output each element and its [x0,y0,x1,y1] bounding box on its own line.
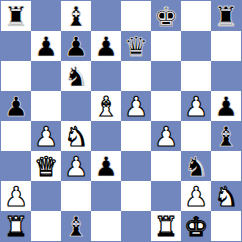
black-knight[interactable]: ♞ [64,63,88,90]
square-a4[interactable] [1,121,31,151]
white-pawn[interactable]: ♟ [184,93,208,120]
square-g8[interactable] [181,1,211,31]
white-pawn[interactable]: ♟ [154,123,178,150]
square-b2[interactable] [31,181,61,211]
square-b6[interactable] [31,61,61,91]
black-king[interactable]: ♚ [154,3,178,30]
white-pawn[interactable]: ♟ [124,93,148,120]
square-a7[interactable] [1,31,31,61]
black-pawn[interactable]: ♟ [64,33,88,60]
square-f7[interactable] [151,31,181,61]
white-bishop[interactable]: ♝ [94,93,118,120]
square-c7[interactable]: ♟ [61,31,91,61]
square-a1[interactable]: ♜ [1,211,31,241]
black-bishop[interactable]: ♝ [64,213,88,240]
square-h3[interactable] [211,151,241,181]
square-f5[interactable] [151,91,181,121]
square-b1[interactable] [31,211,61,241]
square-e1[interactable] [121,211,151,241]
square-b3[interactable]: ♛ [31,151,61,181]
square-b8[interactable] [31,1,61,31]
square-c3[interactable]: ♟ [61,151,91,181]
black-queen[interactable]: ♛ [124,33,148,60]
square-g2[interactable]: ♟ [181,181,211,211]
square-d7[interactable]: ♟ [91,31,121,61]
square-c2[interactable] [61,181,91,211]
square-f6[interactable] [151,61,181,91]
square-g5[interactable]: ♟ [181,91,211,121]
black-bishop[interactable]: ♝ [64,3,88,30]
white-pawn[interactable]: ♟ [4,183,28,210]
square-g1[interactable]: ♚ [181,211,211,241]
square-e6[interactable] [121,61,151,91]
square-a5[interactable]: ♟ [1,91,31,121]
square-a8[interactable]: ♜ [1,1,31,31]
square-e5[interactable]: ♟ [121,91,151,121]
square-f8[interactable]: ♚ [151,1,181,31]
white-rook[interactable]: ♜ [154,213,178,240]
white-pawn[interactable]: ♟ [34,123,58,150]
square-g3[interactable]: ♞ [181,151,211,181]
white-rook[interactable]: ♜ [4,213,28,240]
square-d2[interactable] [91,181,121,211]
square-h4[interactable]: ♝ [211,121,241,151]
square-h5[interactable]: ♟ [211,91,241,121]
square-d6[interactable] [91,61,121,91]
square-d5[interactable]: ♝ [91,91,121,121]
square-a3[interactable] [1,151,31,181]
square-c6[interactable]: ♞ [61,61,91,91]
white-pawn[interactable]: ♟ [64,153,88,180]
white-king[interactable]: ♚ [184,213,208,240]
square-g7[interactable] [181,31,211,61]
chess-board: ♜♝♚♜♟♟♟♛♞♟♝♟♟♟♟♞♟♝♛♟♟♞♟♟♞♜♝♜♚ [0,0,242,242]
white-queen[interactable]: ♛ [34,153,58,180]
square-h7[interactable] [211,31,241,61]
square-c5[interactable] [61,91,91,121]
square-f4[interactable]: ♟ [151,121,181,151]
black-bishop[interactable]: ♝ [214,123,238,150]
square-b7[interactable]: ♟ [31,31,61,61]
square-d4[interactable] [91,121,121,151]
square-a6[interactable] [1,61,31,91]
square-b5[interactable] [31,91,61,121]
square-g6[interactable] [181,61,211,91]
black-knight[interactable]: ♞ [184,153,208,180]
square-h2[interactable]: ♞ [211,181,241,211]
square-c1[interactable]: ♝ [61,211,91,241]
square-e7[interactable]: ♛ [121,31,151,61]
black-pawn[interactable]: ♟ [214,93,238,120]
square-h6[interactable] [211,61,241,91]
square-h1[interactable] [211,211,241,241]
black-pawn[interactable]: ♟ [4,93,28,120]
square-g4[interactable] [181,121,211,151]
white-pawn[interactable]: ♟ [184,183,208,210]
square-a2[interactable]: ♟ [1,181,31,211]
square-c4[interactable]: ♞ [61,121,91,151]
black-pawn[interactable]: ♟ [34,33,58,60]
square-f1[interactable]: ♜ [151,211,181,241]
square-f2[interactable] [151,181,181,211]
square-f3[interactable] [151,151,181,181]
black-rook[interactable]: ♜ [4,3,28,30]
square-h8[interactable]: ♜ [211,1,241,31]
square-c8[interactable]: ♝ [61,1,91,31]
square-d3[interactable]: ♟ [91,151,121,181]
square-b4[interactable]: ♟ [31,121,61,151]
square-d1[interactable] [91,211,121,241]
square-e2[interactable] [121,181,151,211]
square-d8[interactable] [91,1,121,31]
square-e3[interactable] [121,151,151,181]
black-rook[interactable]: ♜ [214,3,238,30]
white-knight[interactable]: ♞ [214,183,238,210]
black-pawn[interactable]: ♟ [94,33,118,60]
square-e4[interactable] [121,121,151,151]
black-pawn[interactable]: ♟ [94,153,118,180]
square-e8[interactable] [121,1,151,31]
white-knight[interactable]: ♞ [64,123,88,150]
